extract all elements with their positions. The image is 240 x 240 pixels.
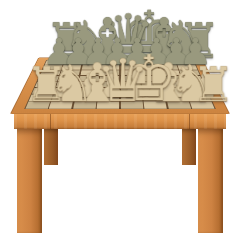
table-leg-front-left [17, 127, 42, 233]
tabletop: ♜♞♝♛♚♝♞♜♟♟♟♟♟♟♟♟♟♟♟♟♟♟♟♟♜♞♝♛♚♝♞♜ [10, 57, 230, 114]
board-frame: ♜♞♝♛♚♝♞♜♟♟♟♟♟♟♟♟♟♟♟♟♟♟♟♟♜♞♝♛♚♝♞♜ [10, 57, 230, 114]
table-leg-front-right [198, 127, 223, 233]
piece-white-queen[interactable]: ♛ [97, 53, 119, 109]
square-a1[interactable]: ♜ [25, 102, 50, 109]
square-d1[interactable]: ♛ [97, 102, 119, 109]
piece-white-rook[interactable]: ♜ [192, 63, 214, 108]
chess-board-grid: ♜♞♝♛♚♝♞♜♟♟♟♟♟♟♟♟♟♟♟♟♟♟♟♟♜♞♝♛♚♝♞♜ [24, 60, 216, 109]
chess-table-photo: ♜♞♝♛♚♝♞♜♟♟♟♟♟♟♟♟♟♟♟♟♟♟♟♟♜♞♝♛♚♝♞♜ [0, 0, 240, 240]
table-leg-back-right [182, 128, 196, 165]
table-leg-back-left [44, 128, 58, 165]
square-h1[interactable]: ♜ [190, 102, 215, 109]
piece-white-rook[interactable]: ♜ [25, 63, 47, 108]
